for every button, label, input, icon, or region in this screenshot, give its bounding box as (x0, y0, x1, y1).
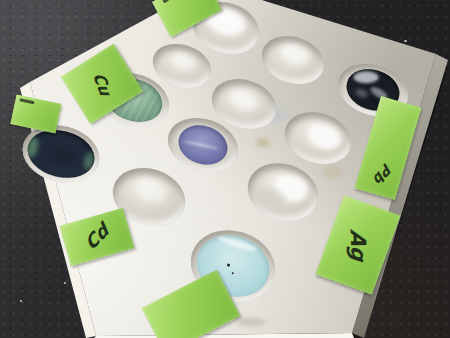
well-liquid-violet (173, 119, 233, 171)
silver-swirl (354, 71, 379, 83)
green-rim (82, 151, 96, 171)
dust-speck (64, 282, 66, 284)
well-shine (278, 42, 312, 69)
well-shine (305, 120, 345, 153)
stain (256, 138, 270, 147)
stain (236, 318, 266, 326)
dark-speck (227, 263, 231, 267)
well-shine (227, 87, 260, 113)
lab-photo: Cu Cd Pb Ag (0, 0, 450, 338)
stain (322, 166, 342, 178)
tape-label-cd: Cd (83, 220, 112, 254)
tape-label-ag: Ag (347, 228, 369, 261)
tape-label-cu: Cu (90, 71, 114, 96)
cutoff-writing-mark (162, 0, 177, 4)
dust-speck (404, 40, 407, 42)
green-rim (24, 136, 40, 159)
liquid-highlight (184, 140, 219, 150)
dust-speck (20, 300, 22, 302)
tape-label-pb: Pb (372, 160, 394, 186)
liquid-highlight (216, 233, 258, 253)
cutoff-writing-mark (19, 98, 34, 104)
silver-swirl (354, 88, 368, 98)
dark-speck (232, 272, 235, 275)
well-shine (132, 176, 170, 206)
well-shine (170, 51, 199, 73)
